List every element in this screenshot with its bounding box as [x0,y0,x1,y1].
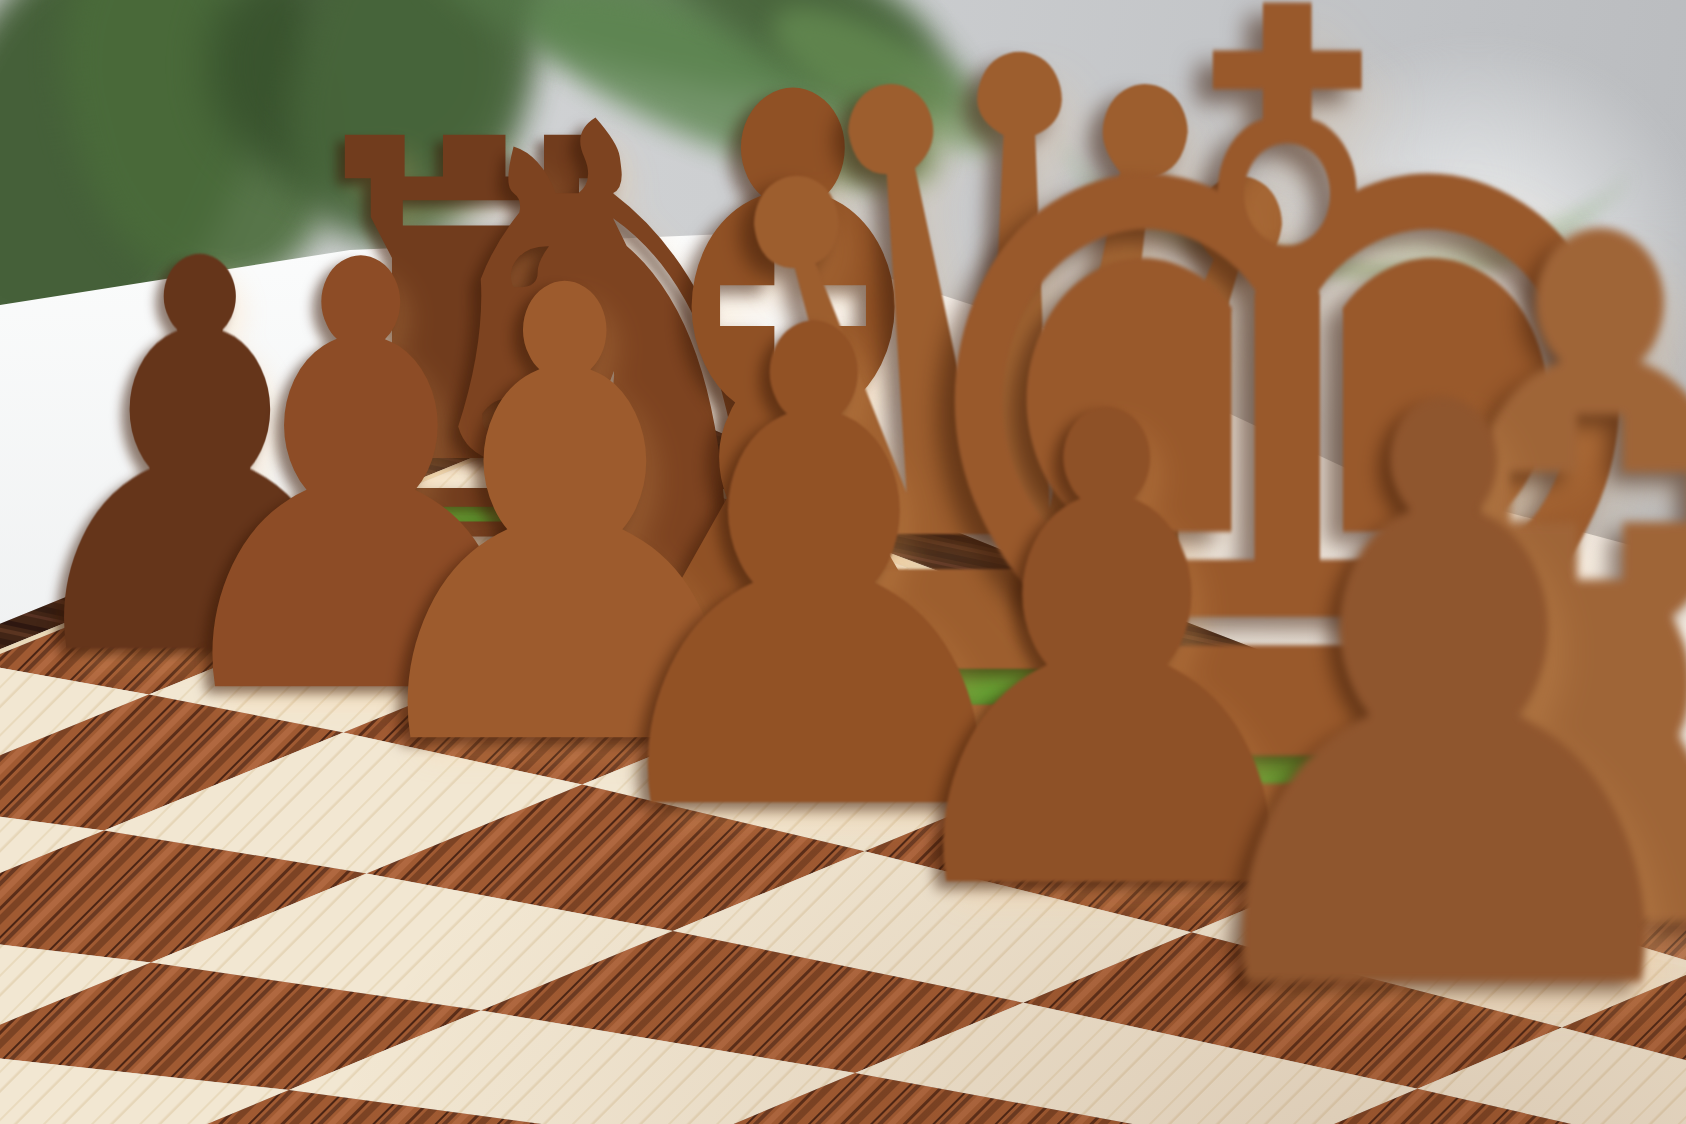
pieces-layer: ♜♞♝♛♚♝♟♟♟♟♟♟ [0,0,1686,1124]
piece-pawn-f2: ♟ [1143,304,1686,1104]
photo-stage: ♜♞♝♛♚♝♟♟♟♟♟♟ [0,0,1686,1124]
